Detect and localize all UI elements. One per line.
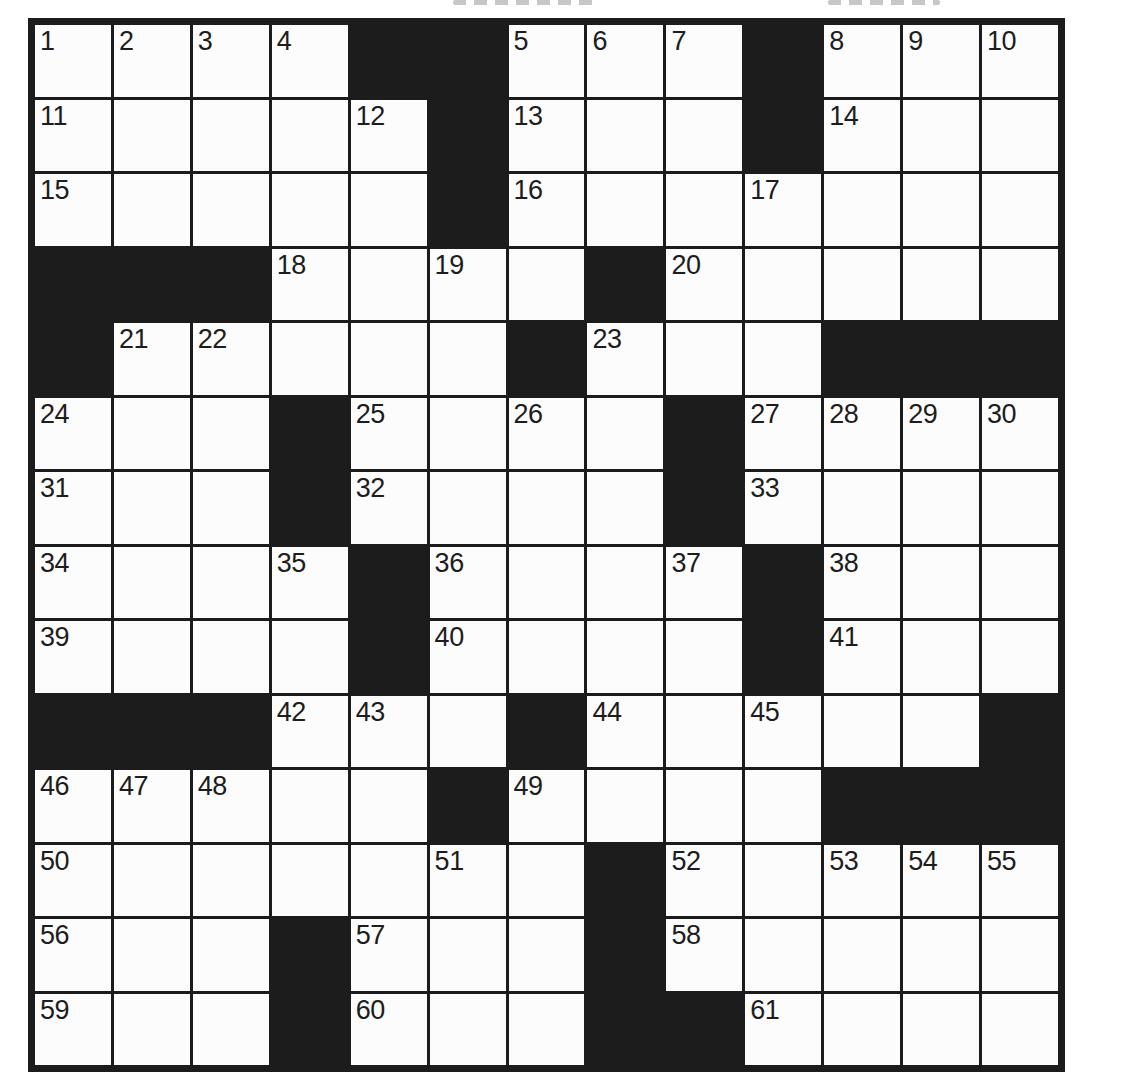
black-cell-r4c2 xyxy=(114,249,190,321)
white-cell-r1c9[interactable]: 7 xyxy=(666,25,742,97)
white-cell-r14c11[interactable] xyxy=(824,994,900,1066)
white-cell-r14c1[interactable]: 59 xyxy=(35,994,111,1066)
clue-number: 19 xyxy=(435,251,464,279)
clue-number: 47 xyxy=(119,772,148,800)
white-cell-r14c7[interactable] xyxy=(509,994,585,1066)
black-cell-r5c11 xyxy=(824,323,900,395)
white-cell-r11c9[interactable] xyxy=(666,770,742,842)
white-cell-r12c5[interactable] xyxy=(351,845,427,917)
white-cell-r14c13[interactable] xyxy=(982,994,1058,1066)
white-cell-r11c8[interactable] xyxy=(587,770,663,842)
white-cell-r5c8[interactable]: 23 xyxy=(587,323,663,395)
clue-number: 52 xyxy=(671,847,700,875)
white-cell-r4c11[interactable] xyxy=(824,249,900,321)
clue-number: 58 xyxy=(671,921,700,949)
white-cell-r8c13[interactable] xyxy=(982,547,1058,619)
white-cell-r11c7[interactable]: 49 xyxy=(509,770,585,842)
white-cell-r10c4[interactable]: 42 xyxy=(272,696,348,768)
clue-number: 24 xyxy=(40,400,69,428)
white-cell-r6c8[interactable] xyxy=(587,398,663,470)
white-cell-r8c11[interactable]: 38 xyxy=(824,547,900,619)
white-cell-r2c4[interactable] xyxy=(272,100,348,172)
white-cell-r8c7[interactable] xyxy=(509,547,585,619)
clue-number: 57 xyxy=(356,921,385,949)
white-cell-r3c13[interactable] xyxy=(982,174,1058,246)
black-cell-r3c6 xyxy=(430,174,506,246)
clue-number: 22 xyxy=(198,325,227,353)
white-cell-r14c2[interactable] xyxy=(114,994,190,1066)
black-cell-r10c2 xyxy=(114,696,190,768)
black-cell-r13c8 xyxy=(587,919,663,991)
white-cell-r8c12[interactable] xyxy=(903,547,979,619)
black-cell-r4c1 xyxy=(35,249,111,321)
clue-number: 23 xyxy=(592,325,621,353)
white-cell-r10c8[interactable]: 44 xyxy=(587,696,663,768)
white-cell-r4c6[interactable]: 19 xyxy=(430,249,506,321)
white-cell-r12c6[interactable]: 51 xyxy=(430,845,506,917)
black-cell-r9c5 xyxy=(351,621,427,693)
clue-number: 37 xyxy=(671,549,700,577)
clue-number: 26 xyxy=(514,400,543,428)
white-cell-r7c12[interactable] xyxy=(903,472,979,544)
clue-number: 18 xyxy=(277,251,306,279)
white-cell-r14c12[interactable] xyxy=(903,994,979,1066)
white-cell-r7c2[interactable] xyxy=(114,472,190,544)
clue-number: 53 xyxy=(829,847,858,875)
white-cell-r10c6[interactable] xyxy=(430,696,506,768)
black-cell-r1c10 xyxy=(745,25,821,97)
white-cell-r10c11[interactable] xyxy=(824,696,900,768)
white-cell-r8c9[interactable]: 37 xyxy=(666,547,742,619)
clue-number: 56 xyxy=(40,921,69,949)
white-cell-r13c1[interactable]: 56 xyxy=(35,919,111,991)
clue-number: 8 xyxy=(829,27,844,55)
clue-number: 38 xyxy=(829,549,858,577)
clue-number: 11 xyxy=(40,102,67,130)
white-cell-r12c1[interactable]: 50 xyxy=(35,845,111,917)
clue-number: 7 xyxy=(671,27,686,55)
clue-number: 42 xyxy=(277,698,306,726)
clue-number: 46 xyxy=(40,772,69,800)
white-cell-r11c2[interactable]: 47 xyxy=(114,770,190,842)
black-cell-r2c6 xyxy=(430,100,506,172)
white-cell-r9c12[interactable] xyxy=(903,621,979,693)
white-cell-r14c10[interactable]: 61 xyxy=(745,994,821,1066)
white-cell-r11c5[interactable] xyxy=(351,770,427,842)
black-cell-r1c6 xyxy=(430,25,506,97)
crossword-board: 1234567891011121314151617181920212223242… xyxy=(28,18,1065,1072)
black-cell-r7c4 xyxy=(272,472,348,544)
white-cell-r7c13[interactable] xyxy=(982,472,1058,544)
white-cell-r12c4[interactable] xyxy=(272,845,348,917)
white-cell-r11c10[interactable] xyxy=(745,770,821,842)
clue-number: 12 xyxy=(356,102,385,130)
clue-number: 25 xyxy=(356,400,385,428)
black-cell-r12c8 xyxy=(587,845,663,917)
white-cell-r7c8[interactable] xyxy=(587,472,663,544)
white-cell-r2c12[interactable] xyxy=(903,100,979,172)
white-cell-r7c10[interactable]: 33 xyxy=(745,472,821,544)
white-cell-r3c5[interactable] xyxy=(351,174,427,246)
clue-number: 15 xyxy=(40,176,69,204)
white-cell-r2c9[interactable] xyxy=(666,100,742,172)
page: 1234567891011121314151617181920212223242… xyxy=(0,0,1128,1086)
clue-number: 2 xyxy=(119,27,134,55)
white-cell-r10c12[interactable] xyxy=(903,696,979,768)
white-cell-r9c7[interactable] xyxy=(509,621,585,693)
white-cell-r1c1[interactable]: 1 xyxy=(35,25,111,97)
white-cell-r3c8[interactable] xyxy=(587,174,663,246)
clue-number: 59 xyxy=(40,996,69,1024)
clue-number: 61 xyxy=(750,996,779,1024)
black-cell-r9c10 xyxy=(745,621,821,693)
black-cell-r7c9 xyxy=(666,472,742,544)
white-cell-r1c11[interactable]: 8 xyxy=(824,25,900,97)
clue-number: 28 xyxy=(829,400,858,428)
clue-number: 31 xyxy=(40,474,69,502)
black-cell-r4c8 xyxy=(587,249,663,321)
white-cell-r8c3[interactable] xyxy=(193,547,269,619)
clue-number: 48 xyxy=(198,772,227,800)
white-cell-r2c11[interactable]: 14 xyxy=(824,100,900,172)
clue-number: 17 xyxy=(750,176,779,204)
black-cell-r5c7 xyxy=(509,323,585,395)
white-cell-r14c5[interactable]: 60 xyxy=(351,994,427,1066)
crop-artifact xyxy=(453,0,598,5)
crop-artifact xyxy=(828,0,940,5)
black-cell-r4c3 xyxy=(193,249,269,321)
clue-number: 55 xyxy=(987,847,1016,875)
black-cell-r5c1 xyxy=(35,323,111,395)
clue-number: 51 xyxy=(435,847,464,875)
white-cell-r9c2[interactable] xyxy=(114,621,190,693)
white-cell-r6c11[interactable]: 28 xyxy=(824,398,900,470)
clue-number: 10 xyxy=(987,27,1016,55)
clue-number: 35 xyxy=(277,549,306,577)
clue-number: 39 xyxy=(40,623,69,651)
white-cell-r9c6[interactable]: 40 xyxy=(430,621,506,693)
white-cell-r3c9[interactable] xyxy=(666,174,742,246)
white-cell-r8c6[interactable]: 36 xyxy=(430,547,506,619)
white-cell-r13c6[interactable] xyxy=(430,919,506,991)
white-cell-r12c11[interactable]: 53 xyxy=(824,845,900,917)
black-cell-r11c12 xyxy=(903,770,979,842)
clue-number: 45 xyxy=(750,698,779,726)
white-cell-r6c3[interactable] xyxy=(193,398,269,470)
white-cell-r5c4[interactable] xyxy=(272,323,348,395)
white-cell-r11c3[interactable]: 48 xyxy=(193,770,269,842)
black-cell-r11c13 xyxy=(982,770,1058,842)
white-cell-r1c3[interactable]: 3 xyxy=(193,25,269,97)
white-cell-r13c9[interactable]: 58 xyxy=(666,919,742,991)
white-cell-r5c6[interactable] xyxy=(430,323,506,395)
white-cell-r2c1[interactable]: 11 xyxy=(35,100,111,172)
black-cell-r10c13 xyxy=(982,696,1058,768)
black-cell-r14c9 xyxy=(666,994,742,1066)
clue-number: 3 xyxy=(198,27,213,55)
white-cell-r3c3[interactable] xyxy=(193,174,269,246)
white-cell-r4c9[interactable]: 20 xyxy=(666,249,742,321)
clue-number: 5 xyxy=(514,27,529,55)
clue-number: 54 xyxy=(908,847,937,875)
clue-number: 13 xyxy=(514,102,543,130)
white-cell-r6c1[interactable]: 24 xyxy=(35,398,111,470)
white-cell-r5c9[interactable] xyxy=(666,323,742,395)
clue-number: 33 xyxy=(750,474,779,502)
clue-number: 4 xyxy=(277,27,292,55)
clue-number: 50 xyxy=(40,847,69,875)
clue-number: 36 xyxy=(435,549,464,577)
clue-number: 34 xyxy=(40,549,69,577)
clue-number: 43 xyxy=(356,698,385,726)
white-cell-r10c9[interactable] xyxy=(666,696,742,768)
black-cell-r11c6 xyxy=(430,770,506,842)
clue-number: 14 xyxy=(829,102,858,130)
white-cell-r5c10[interactable] xyxy=(745,323,821,395)
white-cell-r3c7[interactable]: 16 xyxy=(509,174,585,246)
clue-number: 27 xyxy=(750,400,779,428)
white-cell-r13c10[interactable] xyxy=(745,919,821,991)
white-cell-r5c2[interactable]: 21 xyxy=(114,323,190,395)
white-cell-r4c10[interactable] xyxy=(745,249,821,321)
black-cell-r10c7 xyxy=(509,696,585,768)
white-cell-r3c11[interactable] xyxy=(824,174,900,246)
white-cell-r3c12[interactable] xyxy=(903,174,979,246)
white-cell-r9c1[interactable]: 39 xyxy=(35,621,111,693)
white-cell-r9c3[interactable] xyxy=(193,621,269,693)
black-cell-r13c4 xyxy=(272,919,348,991)
black-cell-r11c11 xyxy=(824,770,900,842)
clue-number: 29 xyxy=(908,400,937,428)
white-cell-r5c5[interactable] xyxy=(351,323,427,395)
clue-number: 44 xyxy=(592,698,621,726)
clue-number: 41 xyxy=(829,623,858,651)
white-cell-r13c11[interactable] xyxy=(824,919,900,991)
white-cell-r1c4[interactable]: 4 xyxy=(272,25,348,97)
white-cell-r7c6[interactable] xyxy=(430,472,506,544)
white-cell-r3c1[interactable]: 15 xyxy=(35,174,111,246)
white-cell-r2c8[interactable] xyxy=(587,100,663,172)
black-cell-r6c9 xyxy=(666,398,742,470)
white-cell-r1c12[interactable]: 9 xyxy=(903,25,979,97)
white-cell-r7c3[interactable] xyxy=(193,472,269,544)
white-cell-r6c13[interactable]: 30 xyxy=(982,398,1058,470)
clue-number: 1 xyxy=(40,27,55,55)
clue-number: 49 xyxy=(514,772,543,800)
white-cell-r4c12[interactable] xyxy=(903,249,979,321)
white-cell-r12c10[interactable] xyxy=(745,845,821,917)
black-cell-r14c4 xyxy=(272,994,348,1066)
white-cell-r4c4[interactable]: 18 xyxy=(272,249,348,321)
white-cell-r8c1[interactable]: 34 xyxy=(35,547,111,619)
white-cell-r13c5[interactable]: 57 xyxy=(351,919,427,991)
white-cell-r1c2[interactable]: 2 xyxy=(114,25,190,97)
white-cell-r2c13[interactable] xyxy=(982,100,1058,172)
black-cell-r2c10 xyxy=(745,100,821,172)
white-cell-r2c3[interactable] xyxy=(193,100,269,172)
white-cell-r10c5[interactable]: 43 xyxy=(351,696,427,768)
black-cell-r5c13 xyxy=(982,323,1058,395)
white-cell-r3c2[interactable] xyxy=(114,174,190,246)
white-cell-r2c7[interactable]: 13 xyxy=(509,100,585,172)
white-cell-r13c3[interactable] xyxy=(193,919,269,991)
white-cell-r6c7[interactable]: 26 xyxy=(509,398,585,470)
white-cell-r13c2[interactable] xyxy=(114,919,190,991)
white-cell-r2c2[interactable] xyxy=(114,100,190,172)
clue-number: 6 xyxy=(592,27,607,55)
white-cell-r1c8[interactable]: 6 xyxy=(587,25,663,97)
white-cell-r9c8[interactable] xyxy=(587,621,663,693)
black-cell-r10c1 xyxy=(35,696,111,768)
white-cell-r6c2[interactable] xyxy=(114,398,190,470)
white-cell-r12c9[interactable]: 52 xyxy=(666,845,742,917)
white-cell-r13c7[interactable] xyxy=(509,919,585,991)
white-cell-r9c4[interactable] xyxy=(272,621,348,693)
white-cell-r8c4[interactable]: 35 xyxy=(272,547,348,619)
clue-number: 30 xyxy=(987,400,1016,428)
white-cell-r6c10[interactable]: 27 xyxy=(745,398,821,470)
white-cell-r8c8[interactable] xyxy=(587,547,663,619)
white-cell-r12c7[interactable] xyxy=(509,845,585,917)
black-cell-r6c4 xyxy=(272,398,348,470)
white-cell-r11c1[interactable]: 46 xyxy=(35,770,111,842)
white-cell-r4c7[interactable] xyxy=(509,249,585,321)
black-cell-r1c5 xyxy=(351,25,427,97)
white-cell-r12c12[interactable]: 54 xyxy=(903,845,979,917)
white-cell-r6c12[interactable]: 29 xyxy=(903,398,979,470)
white-cell-r12c2[interactable] xyxy=(114,845,190,917)
white-cell-r1c13[interactable]: 10 xyxy=(982,25,1058,97)
white-cell-r14c3[interactable] xyxy=(193,994,269,1066)
clue-number: 9 xyxy=(908,27,923,55)
black-cell-r10c3 xyxy=(193,696,269,768)
clue-number: 16 xyxy=(514,176,543,204)
white-cell-r13c12[interactable] xyxy=(903,919,979,991)
white-cell-r13c13[interactable] xyxy=(982,919,1058,991)
white-cell-r8c2[interactable] xyxy=(114,547,190,619)
clue-number: 32 xyxy=(356,474,385,502)
clue-number: 40 xyxy=(435,623,464,651)
white-cell-r7c5[interactable]: 32 xyxy=(351,472,427,544)
white-cell-r9c11[interactable]: 41 xyxy=(824,621,900,693)
white-cell-r3c4[interactable] xyxy=(272,174,348,246)
clue-number: 20 xyxy=(671,251,700,279)
black-cell-r8c10 xyxy=(745,547,821,619)
white-cell-r5c3[interactable]: 22 xyxy=(193,323,269,395)
white-cell-r14c6[interactable] xyxy=(430,994,506,1066)
white-cell-r10c10[interactable]: 45 xyxy=(745,696,821,768)
white-cell-r6c6[interactable] xyxy=(430,398,506,470)
white-cell-r7c11[interactable] xyxy=(824,472,900,544)
clue-number: 60 xyxy=(356,996,385,1024)
white-cell-r4c5[interactable] xyxy=(351,249,427,321)
white-cell-r7c7[interactable] xyxy=(509,472,585,544)
white-cell-r4c13[interactable] xyxy=(982,249,1058,321)
white-cell-r3c10[interactable]: 17 xyxy=(745,174,821,246)
white-cell-r1c7[interactable]: 5 xyxy=(509,25,585,97)
white-cell-r2c5[interactable]: 12 xyxy=(351,100,427,172)
white-cell-r11c4[interactable] xyxy=(272,770,348,842)
white-cell-r9c9[interactable] xyxy=(666,621,742,693)
white-cell-r12c3[interactable] xyxy=(193,845,269,917)
black-cell-r14c8 xyxy=(587,994,663,1066)
black-cell-r5c12 xyxy=(903,323,979,395)
white-cell-r12c13[interactable]: 55 xyxy=(982,845,1058,917)
black-cell-r8c5 xyxy=(351,547,427,619)
white-cell-r7c1[interactable]: 31 xyxy=(35,472,111,544)
clue-number: 21 xyxy=(119,325,148,353)
white-cell-r9c13[interactable] xyxy=(982,621,1058,693)
white-cell-r6c5[interactable]: 25 xyxy=(351,398,427,470)
